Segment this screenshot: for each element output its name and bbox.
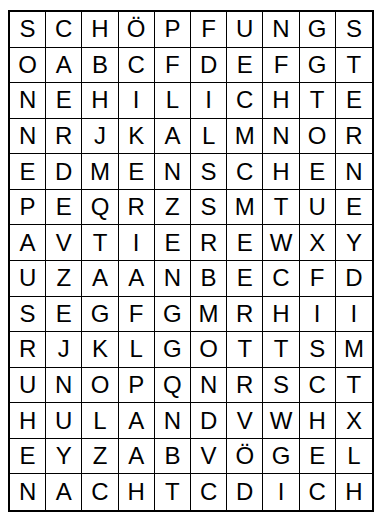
grid-cell[interactable]: Ö xyxy=(119,12,155,48)
grid-cell[interactable]: M xyxy=(227,190,263,226)
grid-cell[interactable]: E xyxy=(336,83,372,119)
grid-cell[interactable]: T xyxy=(263,332,299,368)
grid-cell[interactable]: F xyxy=(155,48,191,84)
grid-cell[interactable]: P xyxy=(10,190,46,226)
grid-cell[interactable]: C xyxy=(46,12,82,48)
grid-cell[interactable]: V xyxy=(191,439,227,475)
grid-cell[interactable]: H xyxy=(10,403,46,439)
grid-cell[interactable]: T xyxy=(82,225,118,261)
grid-cell[interactable]: F xyxy=(119,297,155,333)
grid-cell[interactable]: N xyxy=(155,154,191,190)
grid-cell[interactable]: G xyxy=(300,48,336,84)
grid-cell[interactable]: U xyxy=(10,368,46,404)
grid-cell[interactable]: E xyxy=(119,154,155,190)
grid-cell[interactable]: E xyxy=(227,48,263,84)
grid-cell[interactable]: U xyxy=(46,403,82,439)
grid-cell[interactable]: Q xyxy=(82,190,118,226)
grid-cell[interactable]: S xyxy=(336,12,372,48)
grid-cell[interactable]: O xyxy=(300,119,336,155)
grid-cell[interactable]: S xyxy=(263,368,299,404)
grid-cell[interactable]: H xyxy=(300,403,336,439)
grid-cell[interactable]: N xyxy=(155,403,191,439)
grid-cell[interactable]: E xyxy=(10,439,46,475)
grid-cell[interactable]: N xyxy=(155,261,191,297)
grid-cell[interactable]: D xyxy=(191,403,227,439)
grid-cell[interactable]: E xyxy=(10,154,46,190)
grid-cell[interactable]: F xyxy=(300,261,336,297)
grid-cell[interactable]: I xyxy=(263,474,299,510)
grid-cell[interactable]: L xyxy=(155,83,191,119)
grid-cell[interactable]: T xyxy=(300,83,336,119)
grid-cell[interactable]: C xyxy=(300,368,336,404)
grid-cell[interactable]: A xyxy=(46,48,82,84)
grid-cell[interactable]: U xyxy=(300,190,336,226)
grid-cell[interactable]: J xyxy=(46,332,82,368)
grid-cell[interactable]: G xyxy=(155,332,191,368)
grid-cell[interactable]: R xyxy=(10,332,46,368)
grid-cell[interactable]: H xyxy=(263,154,299,190)
grid-cell[interactable]: N xyxy=(336,154,372,190)
grid-cell[interactable]: U xyxy=(10,261,46,297)
grid-cell[interactable]: M xyxy=(227,119,263,155)
grid-cell[interactable]: H xyxy=(263,297,299,333)
grid-cell[interactable]: V xyxy=(46,225,82,261)
grid-cell[interactable]: Ö xyxy=(227,439,263,475)
grid-cell[interactable]: T xyxy=(263,190,299,226)
grid-cell[interactable]: G xyxy=(263,439,299,475)
grid-cell[interactable]: S xyxy=(191,190,227,226)
grid-cell[interactable]: K xyxy=(119,119,155,155)
grid-cell[interactable]: O xyxy=(82,368,118,404)
grid-cell[interactable]: P xyxy=(119,368,155,404)
grid-cell[interactable]: P xyxy=(155,12,191,48)
grid-cell[interactable]: N xyxy=(10,119,46,155)
grid-cell[interactable]: Z xyxy=(155,190,191,226)
grid-cell[interactable]: J xyxy=(82,119,118,155)
grid-cell[interactable]: R xyxy=(46,119,82,155)
grid-cell[interactable]: E xyxy=(300,439,336,475)
grid-cell[interactable]: N xyxy=(191,368,227,404)
grid-cell[interactable]: E xyxy=(46,83,82,119)
grid-cell[interactable]: B xyxy=(155,439,191,475)
grid-cell[interactable]: D xyxy=(336,261,372,297)
grid-cell[interactable]: D xyxy=(46,154,82,190)
grid-cell[interactable]: D xyxy=(227,474,263,510)
grid-cell[interactable]: Y xyxy=(336,225,372,261)
grid-cell[interactable]: L xyxy=(82,403,118,439)
grid-cell[interactable]: I xyxy=(191,83,227,119)
grid-cell[interactable]: R xyxy=(227,368,263,404)
grid-cell[interactable]: A xyxy=(119,261,155,297)
grid-cell[interactable]: C xyxy=(191,474,227,510)
grid-cell[interactable]: A xyxy=(46,474,82,510)
grid-cell[interactable]: I xyxy=(119,225,155,261)
grid-cell[interactable]: E xyxy=(46,190,82,226)
grid-cell[interactable]: H xyxy=(82,83,118,119)
grid-cell[interactable]: G xyxy=(155,297,191,333)
grid-cell[interactable]: E xyxy=(300,154,336,190)
grid-cell[interactable]: H xyxy=(119,474,155,510)
grid-cell[interactable]: C xyxy=(227,83,263,119)
grid-cell[interactable]: C xyxy=(263,261,299,297)
grid-cell[interactable]: W xyxy=(263,403,299,439)
grid-cell[interactable]: I xyxy=(119,83,155,119)
grid-cell[interactable]: L xyxy=(119,332,155,368)
grid-cell[interactable]: D xyxy=(191,48,227,84)
grid-cell[interactable]: I xyxy=(336,297,372,333)
grid-cell[interactable]: E xyxy=(227,261,263,297)
grid-cell[interactable]: W xyxy=(263,225,299,261)
grid-cell[interactable]: I xyxy=(300,297,336,333)
grid-cell[interactable]: K xyxy=(82,332,118,368)
grid-cell[interactable]: N xyxy=(46,368,82,404)
grid-cell[interactable]: S xyxy=(300,332,336,368)
grid-cell[interactable]: T xyxy=(336,48,372,84)
grid-cell[interactable]: B xyxy=(191,261,227,297)
grid-cell[interactable]: E xyxy=(227,225,263,261)
grid-cell[interactable]: V xyxy=(227,403,263,439)
grid-cell[interactable]: T xyxy=(227,332,263,368)
grid-cell[interactable]: C xyxy=(300,474,336,510)
grid-cell[interactable]: F xyxy=(191,12,227,48)
grid-cell[interactable]: R xyxy=(227,297,263,333)
grid-cell[interactable]: X xyxy=(300,225,336,261)
grid-cell[interactable]: A xyxy=(119,403,155,439)
grid-cell[interactable]: L xyxy=(191,119,227,155)
grid-cell[interactable]: L xyxy=(336,439,372,475)
grid-cell[interactable]: E xyxy=(155,225,191,261)
grid-cell[interactable]: X xyxy=(336,403,372,439)
grid-cell[interactable]: U xyxy=(227,12,263,48)
grid-cell[interactable]: H xyxy=(263,83,299,119)
grid-cell[interactable]: T xyxy=(336,368,372,404)
grid-cell[interactable]: G xyxy=(300,12,336,48)
grid-cell[interactable]: M xyxy=(336,332,372,368)
grid-cell[interactable]: C xyxy=(82,474,118,510)
grid-cell[interactable]: E xyxy=(336,190,372,226)
grid-cell[interactable]: F xyxy=(263,48,299,84)
grid-cell[interactable]: E xyxy=(46,297,82,333)
grid-cell[interactable]: N xyxy=(263,119,299,155)
grid-cell[interactable]: A xyxy=(10,225,46,261)
grid-cell[interactable]: N xyxy=(10,474,46,510)
grid-cell[interactable]: S xyxy=(10,297,46,333)
grid-cell[interactable]: Q xyxy=(155,368,191,404)
grid-cell[interactable]: M xyxy=(191,297,227,333)
grid-cell[interactable]: R xyxy=(336,119,372,155)
grid-cell[interactable]: H xyxy=(336,474,372,510)
grid-cell[interactable]: C xyxy=(119,48,155,84)
grid-cell[interactable]: Y xyxy=(46,439,82,475)
grid-cell[interactable]: B xyxy=(82,48,118,84)
grid-cell[interactable]: A xyxy=(119,439,155,475)
grid-cell[interactable]: A xyxy=(82,261,118,297)
grid-cell[interactable]: G xyxy=(82,297,118,333)
grid-cell[interactable]: M xyxy=(82,154,118,190)
grid-cell[interactable]: R xyxy=(191,225,227,261)
grid-cell[interactable]: C xyxy=(227,154,263,190)
grid-cell[interactable]: Z xyxy=(46,261,82,297)
grid-cell[interactable]: N xyxy=(10,83,46,119)
grid-cell[interactable]: N xyxy=(263,12,299,48)
grid-cell[interactable]: R xyxy=(119,190,155,226)
grid-cell[interactable]: T xyxy=(155,474,191,510)
word-search-grid: SCHÖPFUNGSOABCFDEFGTNEHILICHTENRJKALMNOR… xyxy=(8,10,374,512)
grid-cell[interactable]: A xyxy=(155,119,191,155)
grid-cell[interactable]: S xyxy=(10,12,46,48)
grid-cell[interactable]: O xyxy=(10,48,46,84)
grid-cell[interactable]: H xyxy=(82,12,118,48)
word-search-page: SCHÖPFUNGSOABCFDEFGTNEHILICHTENRJKALMNOR… xyxy=(0,0,385,520)
grid-cell[interactable]: S xyxy=(191,154,227,190)
grid-cell[interactable]: O xyxy=(191,332,227,368)
grid-cell[interactable]: Z xyxy=(82,439,118,475)
